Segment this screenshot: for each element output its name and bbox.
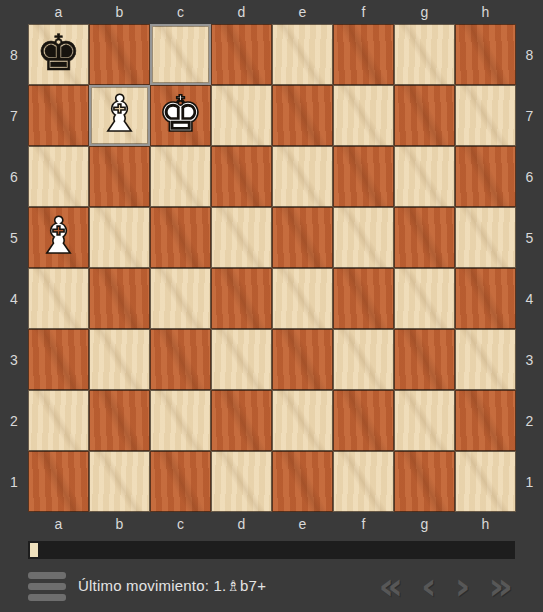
square-g6[interactable] (394, 146, 455, 207)
hamburger-icon (28, 583, 66, 590)
file-label-bottom-b: b (89, 512, 150, 536)
square-g8[interactable] (394, 24, 455, 85)
square-a2[interactable] (28, 390, 89, 451)
rank-label-right-3: 3 (516, 329, 543, 390)
square-b5[interactable] (89, 207, 150, 268)
rank-label-left-6: 6 (0, 146, 28, 207)
square-a5[interactable]: ♝ (28, 207, 89, 268)
file-label-bottom-h: h (455, 512, 516, 536)
square-h8[interactable] (455, 24, 516, 85)
square-c2[interactable] (150, 390, 211, 451)
rank-label-left-7: 7 (0, 85, 28, 146)
square-a6[interactable] (28, 146, 89, 207)
corner-spacer (0, 0, 28, 24)
square-d3[interactable] (211, 329, 272, 390)
file-label-bottom-c: c (150, 512, 211, 536)
square-d4[interactable] (211, 268, 272, 329)
square-a3[interactable] (28, 329, 89, 390)
square-c3[interactable] (150, 329, 211, 390)
rank-label-right-2: 2 (516, 390, 543, 451)
square-b8[interactable] (89, 24, 150, 85)
square-b4[interactable] (89, 268, 150, 329)
square-h4[interactable] (455, 268, 516, 329)
square-a8[interactable]: ♚ (28, 24, 89, 85)
square-h6[interactable] (455, 146, 516, 207)
file-label-top-g: g (394, 0, 455, 24)
first-move-button[interactable]: « (377, 567, 406, 605)
bottom-toolbar: Último movimiento: 1.♗b7+ «‹›» (28, 563, 515, 609)
square-e6[interactable] (272, 146, 333, 207)
rank-label-left-8: 8 (0, 24, 28, 85)
square-c4[interactable] (150, 268, 211, 329)
file-label-top-e: e (272, 0, 333, 24)
square-a7[interactable] (28, 85, 89, 146)
square-h3[interactable] (455, 329, 516, 390)
rank-label-right-5: 5 (516, 207, 543, 268)
square-f5[interactable] (333, 207, 394, 268)
rank-label-left-1: 1 (0, 451, 28, 512)
white-king[interactable]: ♚ (158, 89, 203, 139)
file-label-top-h: h (455, 0, 516, 24)
next-move-button[interactable]: › (453, 567, 473, 605)
rank-label-right-6: 6 (516, 146, 543, 207)
rank-label-right-8: 8 (516, 24, 543, 85)
square-d8[interactable] (211, 24, 272, 85)
progress-slider-thumb[interactable] (30, 543, 38, 557)
square-h5[interactable] (455, 207, 516, 268)
square-e1[interactable] (272, 451, 333, 512)
square-f1[interactable] (333, 451, 394, 512)
rank-label-right-1: 1 (516, 451, 543, 512)
white-bishop[interactable]: ♝ (36, 211, 81, 261)
file-label-bottom-d: d (211, 512, 272, 536)
file-label-top-f: f (333, 0, 394, 24)
square-c5[interactable] (150, 207, 211, 268)
square-g7[interactable] (394, 85, 455, 146)
square-d2[interactable] (211, 390, 272, 451)
square-c8[interactable] (150, 24, 211, 85)
square-f8[interactable] (333, 24, 394, 85)
rank-label-left-3: 3 (0, 329, 28, 390)
file-label-bottom-g: g (394, 512, 455, 536)
square-b3[interactable] (89, 329, 150, 390)
square-e7[interactable] (272, 85, 333, 146)
square-f2[interactable] (333, 390, 394, 451)
chess-board-frame: ♚♝♚♝ aabbccddeeffgghh8877665544332211 (0, 0, 543, 536)
menu-button[interactable] (28, 572, 66, 601)
square-h7[interactable] (455, 85, 516, 146)
square-f3[interactable] (333, 329, 394, 390)
black-king[interactable]: ♚ (36, 28, 81, 78)
file-label-bottom-a: a (28, 512, 89, 536)
square-d7[interactable] (211, 85, 272, 146)
file-label-top-d: d (211, 0, 272, 24)
square-h1[interactable] (455, 451, 516, 512)
square-c6[interactable] (150, 146, 211, 207)
square-f7[interactable] (333, 85, 394, 146)
square-g1[interactable] (394, 451, 455, 512)
square-b7[interactable]: ♝ (89, 85, 150, 146)
square-b1[interactable] (89, 451, 150, 512)
last-move-text: Último movimiento: 1.♗b7+ (78, 577, 266, 595)
square-a1[interactable] (28, 451, 89, 512)
rank-label-right-7: 7 (516, 85, 543, 146)
rank-label-right-4: 4 (516, 268, 543, 329)
file-label-top-a: a (28, 0, 89, 24)
square-e4[interactable] (272, 268, 333, 329)
square-h2[interactable] (455, 390, 516, 451)
rank-label-left-5: 5 (0, 207, 28, 268)
square-a4[interactable] (28, 268, 89, 329)
square-f6[interactable] (333, 146, 394, 207)
square-d6[interactable] (211, 146, 272, 207)
square-g3[interactable] (394, 329, 455, 390)
square-c7[interactable]: ♚ (150, 85, 211, 146)
square-e8[interactable] (272, 24, 333, 85)
square-g5[interactable] (394, 207, 455, 268)
square-e5[interactable] (272, 207, 333, 268)
file-label-bottom-f: f (333, 512, 394, 536)
rank-label-left-4: 4 (0, 268, 28, 329)
square-e2[interactable] (272, 390, 333, 451)
previous-move-button[interactable]: ‹ (419, 567, 439, 605)
square-c1[interactable] (150, 451, 211, 512)
square-g4[interactable] (394, 268, 455, 329)
hamburger-icon (28, 594, 66, 601)
move-navigation: «‹›» (377, 567, 515, 605)
game-progress-slider[interactable] (28, 541, 515, 559)
last-move-button[interactable]: » (486, 567, 515, 605)
square-e3[interactable] (272, 329, 333, 390)
file-label-top-c: c (150, 0, 211, 24)
square-f4[interactable] (333, 268, 394, 329)
white-bishop[interactable]: ♝ (97, 89, 142, 139)
rank-label-left-2: 2 (0, 390, 28, 451)
file-label-bottom-e: e (272, 512, 333, 536)
square-d5[interactable] (211, 207, 272, 268)
file-label-top-b: b (89, 0, 150, 24)
square-b2[interactable] (89, 390, 150, 451)
square-d1[interactable] (211, 451, 272, 512)
chess-board: ♚♝♚♝ (28, 24, 516, 512)
square-g2[interactable] (394, 390, 455, 451)
square-b6[interactable] (89, 146, 150, 207)
hamburger-icon (28, 572, 66, 579)
